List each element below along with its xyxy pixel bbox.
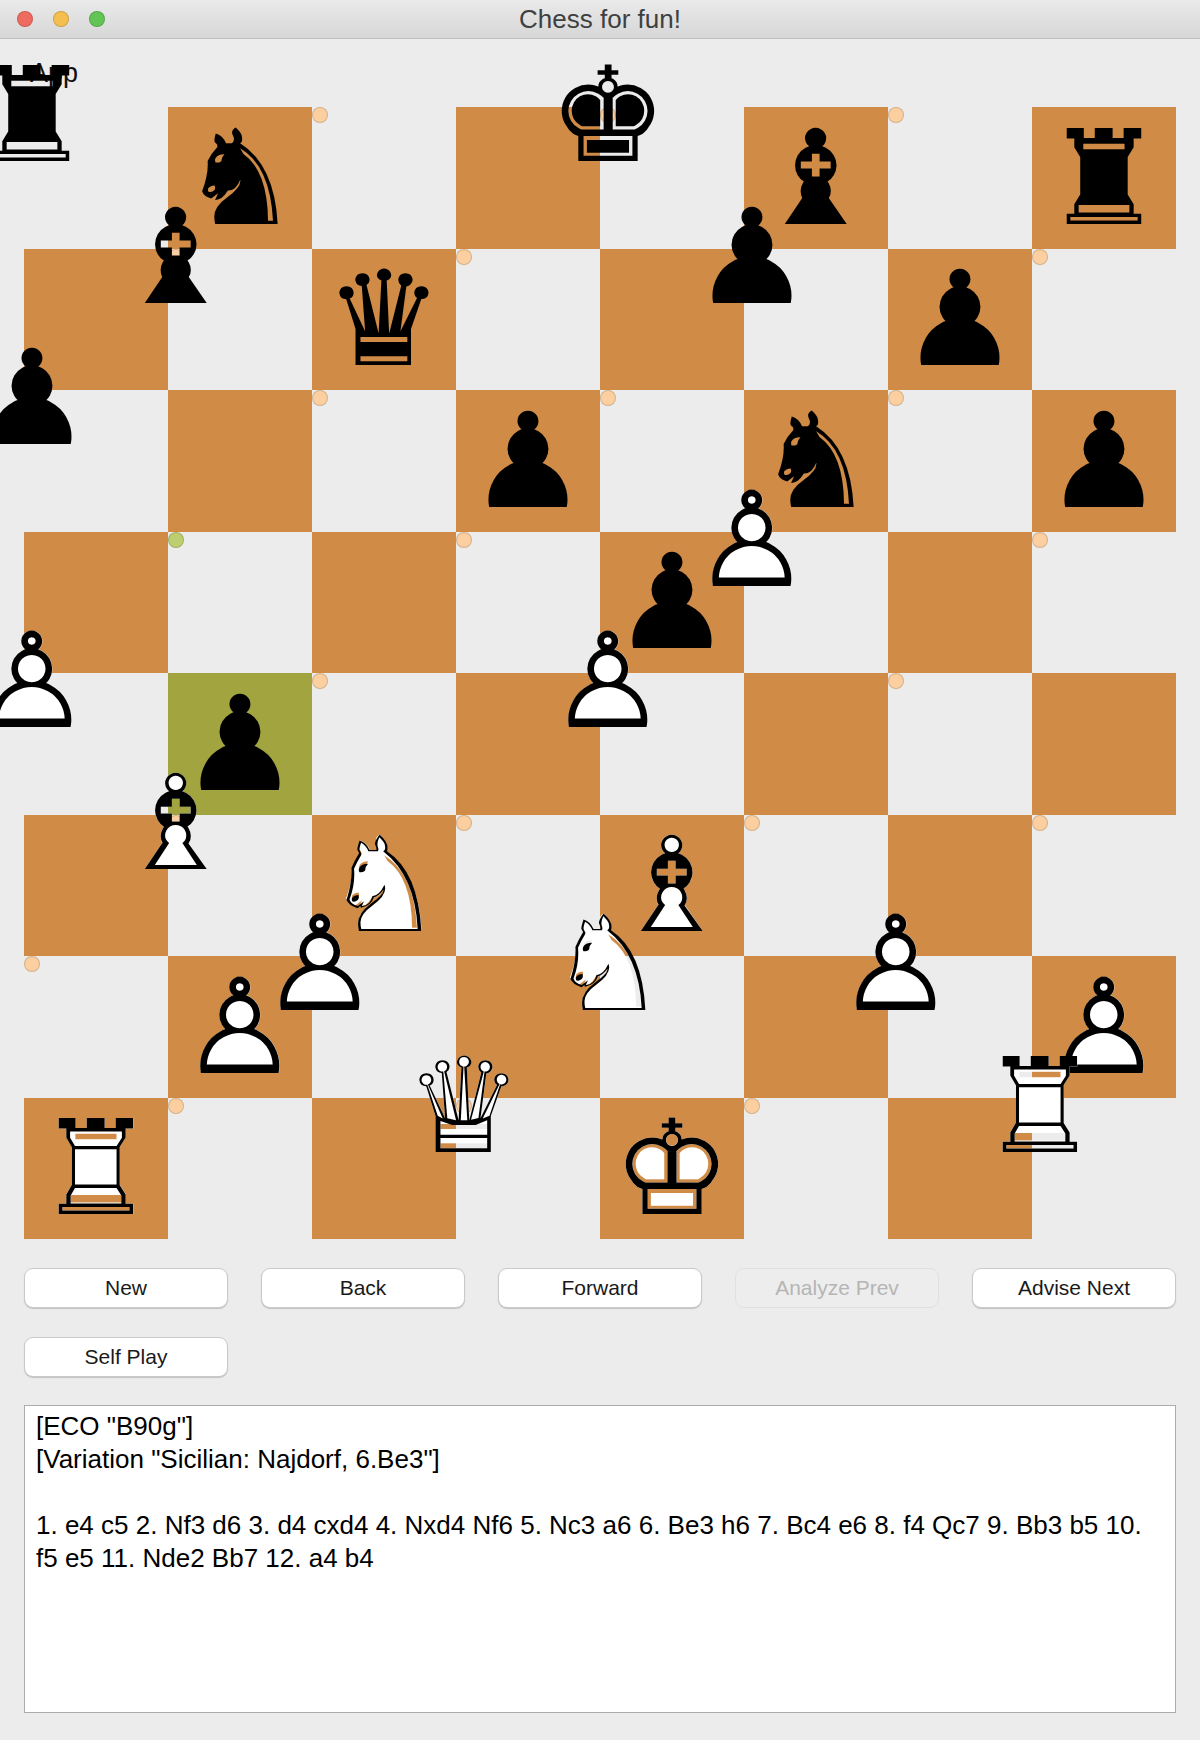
square-d7[interactable]	[456, 249, 472, 265]
square-h5[interactable]	[1032, 532, 1048, 548]
toolbar-row-1: New Back Forward Analyze Prev Advise Nex…	[24, 1268, 1200, 1308]
square-f7[interactable]: ♟	[744, 249, 760, 265]
black-pawn: ♟	[693, 191, 811, 323]
toolbar-row-2: Self Play	[24, 1337, 1200, 1377]
zoom-button[interactable]	[89, 11, 105, 27]
black-queen: ♛	[325, 253, 443, 385]
black-pawn: ♟	[469, 395, 587, 527]
black-rook: ♜	[0, 49, 91, 181]
analyze-prev-button: Analyze Prev	[735, 1268, 939, 1308]
pgn-text-area[interactable]: [ECO "B90g"] [Variation "Sicilian: Najdo…	[24, 1405, 1176, 1713]
square-d1[interactable]: ♛♕	[456, 1098, 472, 1114]
white-rook: ♜♖	[37, 1102, 155, 1234]
square-h6[interactable]: ♟	[1032, 390, 1176, 532]
square-c5[interactable]	[312, 532, 456, 674]
square-g6[interactable]	[888, 390, 904, 406]
square-a8[interactable]: ♜	[24, 107, 40, 123]
square-f3[interactable]	[744, 815, 760, 831]
white-knight: ♞♘	[549, 898, 667, 1030]
square-g8[interactable]	[888, 107, 904, 123]
square-e4[interactable]: ♟♙	[600, 673, 616, 689]
square-h4[interactable]	[1032, 673, 1176, 815]
square-h7[interactable]	[1032, 249, 1048, 265]
square-f5[interactable]: ♟♙	[744, 532, 760, 548]
square-e2[interactable]: ♞♘	[600, 956, 616, 972]
square-c4[interactable]	[312, 673, 328, 689]
minimize-button[interactable]	[53, 11, 69, 27]
white-pawn: ♟♙	[693, 474, 811, 606]
square-a1[interactable]: ♜♖	[24, 1098, 168, 1240]
black-pawn: ♟	[1045, 395, 1163, 527]
advise-next-button[interactable]: Advise Next	[972, 1268, 1176, 1308]
black-pawn: ♟	[901, 253, 1019, 385]
square-c6[interactable]	[312, 390, 328, 406]
square-c8[interactable]	[312, 107, 328, 123]
black-king: ♚	[549, 49, 667, 181]
close-button[interactable]	[17, 11, 33, 27]
square-b7[interactable]: ♝	[168, 249, 184, 265]
white-rook: ♜♖	[981, 1040, 1099, 1172]
white-pawn: ♟♙	[837, 898, 955, 1030]
black-rook: ♜	[1045, 112, 1163, 244]
square-b1[interactable]	[168, 1098, 184, 1114]
square-c7[interactable]: ♛	[312, 249, 456, 391]
square-d6[interactable]: ♟	[456, 390, 600, 532]
back-button[interactable]: Back	[261, 1268, 465, 1308]
square-a6[interactable]: ♟	[24, 390, 40, 406]
window-title: Chess for fun!	[0, 0, 1200, 38]
chess-board: ♜♞♚♝♜♝♛♟♟♟♟♞♟♟♟♙♟♙♟♟♙♝♗♞♘♝♗♟♙♟♙♞♘♟♙♟♙♜♖♛…	[24, 107, 1176, 1239]
square-c2[interactable]: ♟♙	[312, 956, 328, 972]
forward-button[interactable]: Forward	[498, 1268, 702, 1308]
white-pawn: ♟♙	[0, 615, 91, 747]
square-a2[interactable]	[24, 956, 40, 972]
square-e6[interactable]	[600, 390, 616, 406]
black-bishop: ♝	[117, 191, 235, 323]
square-g4[interactable]	[888, 673, 904, 689]
square-b5[interactable]	[168, 532, 184, 548]
square-e8[interactable]: ♚	[600, 107, 616, 123]
white-king: ♚♔	[613, 1102, 731, 1234]
white-queen: ♛♕	[405, 1040, 523, 1172]
black-pawn: ♟	[0, 332, 91, 464]
square-g5[interactable]	[888, 532, 1032, 674]
square-g2[interactable]: ♟♙	[888, 956, 904, 972]
square-f1[interactable]	[744, 1098, 760, 1114]
square-b3[interactable]: ♝♗	[168, 815, 184, 831]
title-bar: Chess for fun!	[0, 0, 1200, 39]
square-e1[interactable]: ♚♔	[600, 1098, 744, 1240]
square-h1[interactable]: ♜♖	[1032, 1098, 1048, 1114]
white-pawn: ♟♙	[549, 615, 667, 747]
self-play-button[interactable]: Self Play	[24, 1337, 228, 1377]
square-a4[interactable]: ♟♙	[24, 673, 40, 689]
square-h3[interactable]	[1032, 815, 1048, 831]
square-f4[interactable]	[744, 673, 888, 815]
square-d3[interactable]	[456, 815, 472, 831]
white-pawn: ♟♙	[261, 898, 379, 1030]
square-b6[interactable]	[168, 390, 312, 532]
traffic-lights	[17, 11, 105, 27]
square-d5[interactable]	[456, 532, 472, 548]
square-g7[interactable]: ♟	[888, 249, 1032, 391]
square-h8[interactable]: ♜	[1032, 107, 1176, 249]
new-button[interactable]: New	[24, 1268, 228, 1308]
white-bishop: ♝♗	[117, 757, 235, 889]
